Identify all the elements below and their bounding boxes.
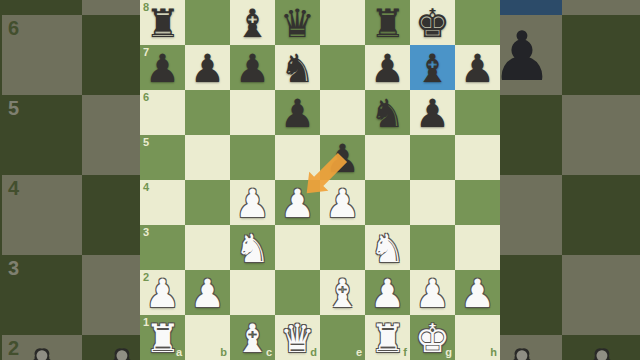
square-g5[interactable] xyxy=(410,135,455,180)
square-h3[interactable] xyxy=(455,225,500,270)
white-pawn[interactable]: ♟ xyxy=(365,270,410,315)
square-g2[interactable]: ♟ xyxy=(410,270,455,315)
square-g3[interactable] xyxy=(410,225,455,270)
square-g8[interactable]: ♚ xyxy=(410,0,455,45)
square-e3[interactable] xyxy=(320,225,365,270)
bg-black-pawn: ♟ xyxy=(2,0,82,15)
bg-rank-label-3: 3 xyxy=(8,258,19,278)
chessboard[interactable]: 8♜♝♛♜♚7♟♟♟♞♟♝♟6♟♞♟5♟4♟♟♟3♞♞2♟♟♝♟♟♟1a♜bc♝… xyxy=(140,0,500,360)
rank-label-6: 6 xyxy=(143,92,149,103)
square-a6[interactable]: 6 xyxy=(140,90,185,135)
black-knight[interactable]: ♞ xyxy=(275,45,320,90)
square-f1[interactable]: f♜ xyxy=(365,315,410,360)
black-pawn[interactable]: ♟ xyxy=(410,90,455,135)
square-e4[interactable]: ♟ xyxy=(320,180,365,225)
bg-square-a5: 5 xyxy=(2,95,82,175)
black-rook[interactable]: ♜ xyxy=(365,0,410,45)
black-queen[interactable]: ♛ xyxy=(275,0,320,45)
black-bishop[interactable]: ♝ xyxy=(410,45,455,90)
square-h2[interactable]: ♟ xyxy=(455,270,500,315)
square-a7[interactable]: 7♟ xyxy=(140,45,185,90)
bg-square-a6: 6 xyxy=(2,15,82,95)
square-b3[interactable] xyxy=(185,225,230,270)
square-g4[interactable] xyxy=(410,180,455,225)
file-label-h: h xyxy=(490,347,497,358)
white-pawn[interactable]: ♟ xyxy=(455,270,500,315)
file-label-b: b xyxy=(220,347,227,358)
square-b6[interactable] xyxy=(185,90,230,135)
square-e6[interactable] xyxy=(320,90,365,135)
square-h8[interactable] xyxy=(455,0,500,45)
square-g7[interactable]: ♝ xyxy=(410,45,455,90)
bg-square-a4: 4 xyxy=(2,175,82,255)
white-rook[interactable]: ♜ xyxy=(365,315,410,360)
square-a2[interactable]: 2♟ xyxy=(140,270,185,315)
square-b8[interactable] xyxy=(185,0,230,45)
black-king[interactable]: ♚ xyxy=(410,0,455,45)
bg-square-a7: ♟ xyxy=(2,0,82,15)
white-pawn[interactable]: ♟ xyxy=(320,180,365,225)
black-knight[interactable]: ♞ xyxy=(365,90,410,135)
black-bishop[interactable]: ♝ xyxy=(230,0,275,45)
bg-rank-label-6: 6 xyxy=(8,18,19,38)
white-pawn[interactable]: ♟ xyxy=(275,180,320,225)
square-f7[interactable]: ♟ xyxy=(365,45,410,90)
rank-label-3: 3 xyxy=(143,227,149,238)
square-e8[interactable] xyxy=(320,0,365,45)
black-pawn[interactable]: ♟ xyxy=(320,135,365,180)
square-d6[interactable]: ♟ xyxy=(275,90,320,135)
square-g6[interactable]: ♟ xyxy=(410,90,455,135)
black-pawn[interactable]: ♟ xyxy=(230,45,275,90)
square-g1[interactable]: g♚ xyxy=(410,315,455,360)
white-bishop[interactable]: ♝ xyxy=(320,270,365,315)
white-rook[interactable]: ♜ xyxy=(140,315,185,360)
square-d1[interactable]: d♛ xyxy=(275,315,320,360)
black-rook[interactable]: ♜ xyxy=(140,0,185,45)
square-b4[interactable] xyxy=(185,180,230,225)
rank-label-5: 5 xyxy=(143,137,149,148)
bg-rank-label-5: 5 xyxy=(8,98,19,118)
white-knight[interactable]: ♞ xyxy=(365,225,410,270)
file-label-e: e xyxy=(356,347,362,358)
square-e2[interactable]: ♝ xyxy=(320,270,365,315)
square-b5[interactable] xyxy=(185,135,230,180)
bg-black-pawn: ♟ xyxy=(562,0,640,15)
square-f8[interactable]: ♜ xyxy=(365,0,410,45)
square-f3[interactable]: ♞ xyxy=(365,225,410,270)
square-e7[interactable] xyxy=(320,45,365,90)
square-c3[interactable]: ♞ xyxy=(230,225,275,270)
square-h5[interactable] xyxy=(455,135,500,180)
square-f5[interactable] xyxy=(365,135,410,180)
square-d3[interactable] xyxy=(275,225,320,270)
black-pawn[interactable]: ♟ xyxy=(455,45,500,90)
square-c8[interactable]: ♝ xyxy=(230,0,275,45)
square-f2[interactable]: ♟ xyxy=(365,270,410,315)
square-a3[interactable]: 3 xyxy=(140,225,185,270)
square-d2[interactable] xyxy=(275,270,320,315)
square-f4[interactable] xyxy=(365,180,410,225)
black-pawn[interactable]: ♟ xyxy=(185,45,230,90)
square-c4[interactable]: ♟ xyxy=(230,180,275,225)
square-a4[interactable]: 4 xyxy=(140,180,185,225)
bg-square-h2: ♟ xyxy=(562,335,640,360)
white-pawn[interactable]: ♟ xyxy=(185,270,230,315)
white-bishop[interactable]: ♝ xyxy=(230,315,275,360)
square-a8[interactable]: 8♜ xyxy=(140,0,185,45)
black-pawn[interactable]: ♟ xyxy=(140,45,185,90)
square-b2[interactable]: ♟ xyxy=(185,270,230,315)
white-pawn[interactable]: ♟ xyxy=(230,180,275,225)
square-a1[interactable]: 1a♜ xyxy=(140,315,185,360)
square-h4[interactable] xyxy=(455,180,500,225)
bg-square-h3 xyxy=(562,255,640,335)
square-c6[interactable] xyxy=(230,90,275,135)
square-b7[interactable]: ♟ xyxy=(185,45,230,90)
square-f6[interactable]: ♞ xyxy=(365,90,410,135)
white-knight[interactable]: ♞ xyxy=(230,225,275,270)
black-pawn[interactable]: ♟ xyxy=(275,90,320,135)
bg-square-h6 xyxy=(562,15,640,95)
bg-square-h5 xyxy=(562,95,640,175)
bg-white-pawn: ♟ xyxy=(562,335,640,360)
bg-square-a3: 3 xyxy=(2,255,82,335)
square-c5[interactable] xyxy=(230,135,275,180)
white-king[interactable]: ♚ xyxy=(410,315,455,360)
square-a5[interactable]: 5 xyxy=(140,135,185,180)
square-c7[interactable]: ♟ xyxy=(230,45,275,90)
square-d4[interactable]: ♟ xyxy=(275,180,320,225)
bg-rank-label-4: 4 xyxy=(8,178,19,198)
black-pawn[interactable]: ♟ xyxy=(365,45,410,90)
square-d5[interactable] xyxy=(275,135,320,180)
white-queen[interactable]: ♛ xyxy=(275,315,320,360)
white-pawn[interactable]: ♟ xyxy=(140,270,185,315)
square-c2[interactable] xyxy=(230,270,275,315)
square-d8[interactable]: ♛ xyxy=(275,0,320,45)
square-c1[interactable]: c♝ xyxy=(230,315,275,360)
square-h7[interactable]: ♟ xyxy=(455,45,500,90)
bg-square-h7: ♟ xyxy=(562,0,640,15)
square-e5[interactable]: ♟ xyxy=(320,135,365,180)
bg-square-h4 xyxy=(562,175,640,255)
bg-white-pawn: ♟ xyxy=(2,335,82,360)
square-h6[interactable] xyxy=(455,90,500,135)
bg-square-a2: 2♟ xyxy=(2,335,82,360)
white-pawn[interactable]: ♟ xyxy=(410,270,455,315)
square-b1[interactable]: b xyxy=(185,315,230,360)
video-frame: ♟♟♝♟6♟5432♟♟♟♟ 8♜♝♛♜♚7♟♟♟♞♟♝♟6♟♞♟5♟4♟♟♟3… xyxy=(0,0,640,360)
rank-label-4: 4 xyxy=(143,182,149,193)
square-d7[interactable]: ♞ xyxy=(275,45,320,90)
square-h1[interactable]: h xyxy=(455,315,500,360)
square-e1[interactable]: e xyxy=(320,315,365,360)
